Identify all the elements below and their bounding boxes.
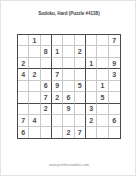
cell-r5c2[interactable] [29, 81, 40, 92]
cell-r6c8: 5 [97, 92, 108, 103]
cell-r3c9: 9 [109, 58, 120, 69]
cell-r5c1[interactable] [18, 81, 29, 92]
cell-r5c5[interactable] [63, 81, 74, 92]
cell-r4c4: 7 [52, 69, 63, 80]
cell-r5c8: 1 [97, 81, 108, 92]
cell-r2c6: 2 [75, 46, 86, 57]
cell-r9c2[interactable] [29, 127, 40, 138]
cell-r3c5[interactable] [63, 58, 74, 69]
cell-r1c1[interactable] [18, 35, 29, 46]
cell-r7c3: 2 [41, 104, 52, 115]
cell-r8c1: 7 [18, 115, 29, 126]
footer-url: www.printfreesudoku.com [35, 163, 103, 167]
cell-r1c4[interactable] [52, 35, 63, 46]
cell-r9c7[interactable] [86, 127, 97, 138]
cell-r4c2: 2 [29, 69, 40, 80]
cell-r3c6[interactable] [75, 58, 86, 69]
cell-r2c5[interactable] [63, 46, 74, 57]
cell-r6c2[interactable] [29, 92, 40, 103]
cell-r2c7[interactable] [86, 46, 97, 57]
cell-r9c3[interactable] [41, 127, 52, 138]
cell-r6c5: 6 [63, 92, 74, 103]
cell-r9c5: 2 [63, 127, 74, 138]
cell-r5c9[interactable] [109, 81, 120, 92]
cell-r9c8[interactable] [97, 127, 108, 138]
cell-r4c6[interactable] [75, 69, 86, 80]
cell-r4c3[interactable] [41, 69, 52, 80]
cell-r1c7[interactable] [86, 35, 97, 46]
cell-r8c3[interactable] [41, 115, 52, 126]
cell-r3c8[interactable] [97, 58, 108, 69]
cell-r7c1[interactable] [18, 104, 29, 115]
cell-r6c3: 7 [41, 92, 52, 103]
cell-r9c4[interactable] [52, 127, 63, 138]
cell-r3c7: 1 [86, 58, 97, 69]
cell-r7c9[interactable] [109, 104, 120, 115]
cell-r6c7[interactable] [86, 92, 97, 103]
cell-r4c7[interactable] [86, 69, 97, 80]
cell-r4c1: 4 [18, 69, 29, 80]
cell-r8c6[interactable] [75, 115, 86, 126]
cell-r9c6: 7 [75, 127, 86, 138]
cell-r7c8[interactable] [97, 104, 108, 115]
cell-r3c4[interactable] [52, 58, 63, 69]
cell-r8c9: 6 [109, 115, 120, 126]
cell-r3c3[interactable] [41, 58, 52, 69]
cell-r7c7: 3 [86, 104, 97, 115]
cell-r6c1[interactable] [18, 92, 29, 103]
cell-r4c5[interactable] [63, 69, 74, 80]
cell-r7c4[interactable] [52, 104, 63, 115]
cell-r1c5[interactable] [63, 35, 74, 46]
cell-r6c4: 2 [52, 92, 63, 103]
cell-r6c9[interactable] [109, 92, 120, 103]
cell-r1c8[interactable] [97, 35, 108, 46]
cell-r7c2[interactable] [29, 104, 40, 115]
cell-r8c4[interactable] [52, 115, 63, 126]
cell-r8c7: 2 [86, 115, 97, 126]
sudoku-board: 178122194273695172652937426627 [17, 34, 121, 139]
cell-r6c6[interactable] [75, 92, 86, 103]
cell-r3c2[interactable] [29, 58, 40, 69]
cell-r8c5[interactable] [63, 115, 74, 126]
cell-r1c9: 7 [109, 35, 120, 46]
page-title: Sudoku, Hard (Puzzle #4138) [35, 11, 103, 17]
cell-r7c6[interactable] [75, 104, 86, 115]
cell-r2c9[interactable] [109, 46, 120, 57]
cell-r2c2[interactable] [29, 46, 40, 57]
cell-r9c1: 6 [18, 127, 29, 138]
cell-r9c9[interactable] [109, 127, 120, 138]
cell-r5c4: 9 [52, 81, 63, 92]
cell-r1c3[interactable] [41, 35, 52, 46]
cell-r2c3: 8 [41, 46, 52, 57]
cell-r4c8[interactable] [97, 69, 108, 80]
cell-r1c2: 1 [29, 35, 40, 46]
cell-r4c9: 3 [109, 69, 120, 80]
cell-r2c8[interactable] [97, 46, 108, 57]
cell-r7c5: 9 [63, 104, 74, 115]
cell-r2c4: 1 [52, 46, 63, 57]
cell-r1c6[interactable] [75, 35, 86, 46]
cell-r8c2: 4 [29, 115, 40, 126]
cell-r5c7[interactable] [86, 81, 97, 92]
cell-r5c6: 5 [75, 81, 86, 92]
cell-r3c1: 2 [18, 58, 29, 69]
cell-r8c8[interactable] [97, 115, 108, 126]
cell-r5c3: 6 [41, 81, 52, 92]
printable-sudoku-page: Sudoku, Hard (Puzzle #4138) 178122194273… [0, 0, 136, 176]
cell-r2c1[interactable] [18, 46, 29, 57]
